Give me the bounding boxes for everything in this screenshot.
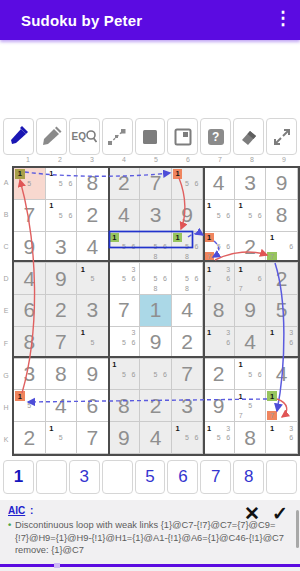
candidate-6: 6 bbox=[129, 369, 139, 379]
cell-G7[interactable]: 2 bbox=[203, 359, 235, 391]
candidates: 568 bbox=[172, 263, 203, 294]
row-labels: ABCDEFGHK bbox=[0, 166, 12, 456]
candidate-5: 5 bbox=[119, 242, 129, 252]
candidate-6: 6 bbox=[160, 369, 170, 379]
candidates: 1356 bbox=[203, 422, 234, 453]
col-label-6: 6 bbox=[172, 156, 204, 166]
cell-A4[interactable]: 2 bbox=[109, 168, 141, 200]
cell-value: 2 bbox=[172, 327, 203, 358]
cell-value: 3 bbox=[46, 232, 77, 263]
cell-value: 2 bbox=[109, 168, 140, 199]
magnifier-icon bbox=[86, 130, 97, 144]
candidate-1: 1 bbox=[110, 360, 120, 370]
cell-C9[interactable]: 167 bbox=[266, 232, 298, 264]
cell-value: 8 bbox=[77, 168, 108, 199]
cell-C3[interactable]: 4 bbox=[77, 232, 109, 264]
candidate-7: 7 bbox=[236, 284, 246, 294]
cell-K9[interactable]: 136 bbox=[266, 422, 298, 454]
candidate-5: 5 bbox=[151, 369, 161, 379]
candidate-5: 5 bbox=[25, 401, 35, 411]
candidates: 156 bbox=[235, 359, 266, 390]
digit-button-3[interactable]: 3 bbox=[69, 460, 100, 494]
candidate-1: 1 bbox=[47, 169, 57, 179]
cell-D4[interactable]: 356 bbox=[109, 263, 141, 295]
candidate-6: 6 bbox=[129, 274, 139, 284]
cell-K2[interactable]: 15 bbox=[46, 422, 78, 454]
candidate-6: 6 bbox=[223, 210, 233, 220]
cell-K1[interactable]: 2 bbox=[14, 422, 46, 454]
candidate-5: 5 bbox=[119, 337, 129, 347]
digit-button-empty-9[interactable] bbox=[266, 460, 297, 494]
cell-B8[interactable]: 156 bbox=[235, 200, 267, 232]
cell-E8[interactable]: 9 bbox=[235, 295, 267, 327]
candidate-6: 6 bbox=[255, 210, 265, 220]
cell-H5[interactable]: 2 bbox=[140, 390, 172, 422]
cell-B7[interactable]: 156 bbox=[203, 200, 235, 232]
candidate-1: 1 bbox=[78, 328, 88, 338]
cell-A5[interactable]: 7 bbox=[140, 168, 172, 200]
cell-H8[interactable]: 157 bbox=[235, 390, 267, 422]
cell-value: 4 bbox=[140, 422, 171, 453]
candidate-1: 1 bbox=[236, 360, 246, 370]
app-bar: Sudoku by Peter ⋮ bbox=[0, 0, 300, 40]
candidates: 167 bbox=[235, 263, 266, 294]
app-window: Sudoku by Peter ⋮ EQ ? 12 bbox=[0, 0, 300, 571]
candidate-5: 5 bbox=[182, 242, 192, 252]
cell-E7[interactable]: 8 bbox=[203, 295, 235, 327]
cell-D6[interactable]: 568 bbox=[172, 263, 204, 295]
col-label-8: 8 bbox=[236, 156, 268, 166]
cell-value: 4 bbox=[266, 359, 297, 390]
candidate-6: 6 bbox=[286, 242, 296, 252]
cell-value: 8 bbox=[266, 200, 297, 231]
cell-B9[interactable]: 8 bbox=[266, 200, 298, 232]
cell-G1[interactable]: 3 bbox=[14, 359, 46, 391]
cell-value: 9 bbox=[235, 295, 266, 326]
cell-K5[interactable]: 4 bbox=[140, 422, 172, 454]
cell-B1[interactable]: 7 bbox=[14, 200, 46, 232]
candidate-5: 5 bbox=[56, 433, 66, 443]
candidate-7: 7 bbox=[267, 411, 277, 421]
cell-H3[interactable]: 6 bbox=[77, 390, 109, 422]
cell-G3[interactable]: 9 bbox=[77, 359, 109, 391]
candidate-3: 3 bbox=[129, 264, 139, 274]
cell-A7[interactable]: 4 bbox=[203, 168, 235, 200]
cell-value: 4 bbox=[172, 295, 203, 326]
fullscreen-tool-button[interactable] bbox=[266, 118, 297, 155]
progress-slider[interactable] bbox=[0, 564, 300, 567]
candidate-5: 5 bbox=[245, 210, 255, 220]
cell-value: 7 bbox=[172, 359, 203, 390]
cell-K4[interactable]: 9 bbox=[109, 422, 141, 454]
cell-F3[interactable]: 15 bbox=[77, 327, 109, 359]
candidates: 156 bbox=[46, 200, 77, 231]
digit-button-7[interactable]: 7 bbox=[200, 460, 231, 494]
candidate-3: 3 bbox=[223, 328, 233, 338]
analyze-eq-icon: EQ bbox=[72, 131, 86, 142]
cell-value: 3 bbox=[140, 200, 171, 231]
cell-D3[interactable]: 15 bbox=[77, 263, 109, 295]
cell-A3[interactable]: 8 bbox=[77, 168, 109, 200]
cell-value: 3 bbox=[235, 168, 266, 199]
cell-value: 1 bbox=[140, 295, 171, 326]
cell-H2[interactable]: 4 bbox=[46, 390, 78, 422]
sudoku-board: 1515682715643971562439156156893415656815… bbox=[12, 166, 300, 456]
cell-value: 9 bbox=[77, 359, 108, 390]
cell-A8[interactable]: 3 bbox=[235, 168, 267, 200]
cell-value: 8 bbox=[14, 327, 45, 358]
cell-K7[interactable]: 1356 bbox=[203, 422, 235, 454]
cell-D8[interactable]: 167 bbox=[235, 263, 267, 295]
cell-value: 8 bbox=[235, 422, 266, 453]
cell-F1[interactable]: 8 bbox=[14, 327, 46, 359]
candidate-6: 6 bbox=[286, 433, 296, 443]
candidate-1: 1 bbox=[173, 169, 183, 179]
col-label-7: 7 bbox=[204, 156, 236, 166]
candidate-5: 5 bbox=[214, 210, 224, 220]
candidate-6: 6 bbox=[66, 179, 76, 189]
cell-H6[interactable]: 3 bbox=[172, 390, 204, 422]
cell-value: 6 bbox=[77, 390, 108, 421]
cell-G4[interactable]: 156 bbox=[109, 359, 141, 391]
candidate-3: 3 bbox=[286, 423, 296, 433]
cell-H1[interactable]: 15 bbox=[14, 390, 46, 422]
candidate-1: 1 bbox=[204, 201, 214, 211]
col-label-2: 2 bbox=[44, 156, 76, 166]
candidate-1: 1 bbox=[267, 233, 277, 243]
candidates: 15 bbox=[46, 422, 77, 453]
eraser-tool-button[interactable] bbox=[233, 118, 264, 155]
cell-value: 4 bbox=[109, 200, 140, 231]
cell-F6[interactable]: 2 bbox=[172, 327, 204, 359]
cell-value: 8 bbox=[46, 359, 77, 390]
cell-F4[interactable]: 356 bbox=[109, 327, 141, 359]
square-corner-icon bbox=[172, 126, 194, 148]
candidate-5: 5 bbox=[214, 433, 224, 443]
candidate-1: 1 bbox=[236, 201, 246, 211]
candidate-6: 6 bbox=[192, 242, 202, 252]
cell-value: 9 bbox=[203, 390, 234, 421]
cell-value: 4 bbox=[203, 168, 234, 199]
candidate-6: 6 bbox=[223, 242, 233, 252]
cell-D2[interactable]: 9 bbox=[46, 263, 78, 295]
cell-E1[interactable]: 6 bbox=[14, 295, 46, 327]
cell-G2[interactable]: 8 bbox=[46, 359, 78, 391]
candidate-6: 6 bbox=[160, 274, 170, 284]
cell-value: 4 bbox=[235, 327, 266, 358]
candidate-1: 1 bbox=[15, 391, 25, 401]
candidates: 15 bbox=[77, 263, 108, 294]
candidate-1: 1 bbox=[15, 169, 25, 179]
chain-tool-button[interactable] bbox=[102, 118, 133, 155]
cell-G8[interactable]: 156 bbox=[235, 359, 267, 391]
candidate-5: 5 bbox=[119, 274, 129, 284]
candidate-8: 8 bbox=[151, 284, 161, 294]
candidate-5: 5 bbox=[119, 369, 129, 379]
candidates: 15 bbox=[14, 168, 45, 199]
candidates: 156 bbox=[172, 168, 203, 199]
candidate-6: 6 bbox=[66, 210, 76, 220]
cell-E6[interactable]: 4 bbox=[172, 295, 204, 327]
analysis-panel: AIC : ✕ ✓ • Discontinuous loop with weak… bbox=[0, 500, 300, 571]
digit-button-empty-4[interactable] bbox=[102, 460, 133, 494]
candidates: 1567 bbox=[203, 232, 234, 263]
color-fill-tool-button[interactable] bbox=[135, 118, 166, 155]
cell-E9[interactable]: 5 bbox=[266, 295, 298, 327]
cell-K3[interactable]: 7 bbox=[77, 422, 109, 454]
pen-tool-button[interactable] bbox=[3, 118, 34, 155]
technique-colon: : bbox=[30, 505, 33, 516]
cell-C8[interactable]: 2 bbox=[235, 232, 267, 264]
candidates: 136 bbox=[266, 422, 297, 453]
cell-F5[interactable]: 9 bbox=[140, 327, 172, 359]
candidate-5: 5 bbox=[25, 179, 35, 189]
box-divider-vertical-1 bbox=[108, 166, 110, 456]
technique-link[interactable]: AIC bbox=[8, 505, 25, 516]
candidates: 17 bbox=[266, 390, 297, 421]
cell-value: 7 bbox=[77, 422, 108, 453]
cell-A1[interactable]: 15 bbox=[14, 168, 46, 200]
candidates: 568 bbox=[140, 263, 171, 294]
candidate-7: 7 bbox=[204, 284, 214, 294]
box-divider-horizontal-2 bbox=[12, 356, 300, 358]
col-label-5: 5 bbox=[140, 156, 172, 166]
analyze-tool-button[interactable]: EQ bbox=[69, 118, 100, 155]
cell-corner-tool-button[interactable] bbox=[167, 118, 198, 155]
candidate-6: 6 bbox=[255, 369, 265, 379]
row-label-E: E bbox=[0, 295, 12, 327]
expand-arrows-icon bbox=[271, 126, 293, 148]
digit-button-5[interactable]: 5 bbox=[135, 460, 166, 494]
cell-H4[interactable]: 8 bbox=[109, 390, 141, 422]
candidate-6: 6 bbox=[192, 274, 202, 284]
candidate-6: 6 bbox=[223, 337, 233, 347]
cell-D1[interactable]: 4 bbox=[14, 263, 46, 295]
candidate-1: 1 bbox=[236, 391, 246, 401]
cell-value: 2 bbox=[14, 422, 45, 453]
candidates: 156 bbox=[172, 422, 203, 453]
question-icon: ? bbox=[208, 129, 224, 145]
pen-icon bbox=[7, 126, 29, 148]
candidate-5: 5 bbox=[151, 242, 161, 252]
overflow-menu-icon[interactable]: ⋮ bbox=[274, 7, 292, 29]
chain-icon bbox=[106, 126, 128, 148]
candidate-1: 1 bbox=[267, 423, 277, 433]
cell-F9[interactable]: 136 bbox=[266, 327, 298, 359]
cell-value: 7 bbox=[140, 168, 171, 199]
number-pad: 135678 bbox=[3, 460, 297, 494]
candidates: 15 bbox=[77, 327, 108, 358]
filled-square-icon bbox=[139, 126, 161, 148]
row-label-A: A bbox=[0, 166, 12, 198]
candidate-5: 5 bbox=[245, 401, 255, 411]
candidate-1: 1 bbox=[78, 264, 88, 274]
col-label-1: 1 bbox=[12, 156, 44, 166]
cell-C6[interactable]: 1568 bbox=[172, 232, 204, 264]
cell-value: 7 bbox=[14, 200, 45, 231]
candidate-1: 1 bbox=[110, 233, 120, 243]
cell-K8[interactable]: 8 bbox=[235, 422, 267, 454]
candidate-5: 5 bbox=[182, 274, 192, 284]
cell-G6[interactable]: 7 bbox=[172, 359, 204, 391]
candidates: 568 bbox=[140, 232, 171, 263]
cell-value: 9 bbox=[14, 232, 45, 263]
cell-C1[interactable]: 9 bbox=[14, 232, 46, 264]
candidate-3: 3 bbox=[223, 264, 233, 274]
cell-value: 9 bbox=[266, 168, 297, 199]
candidates: 157 bbox=[235, 390, 266, 421]
row-label-F: F bbox=[0, 327, 12, 359]
candidate-1: 1 bbox=[47, 201, 57, 211]
candidate-1: 1 bbox=[173, 233, 183, 243]
cell-value: 2 bbox=[203, 359, 234, 390]
candidate-5: 5 bbox=[56, 179, 66, 189]
candidates: 167 bbox=[266, 232, 297, 263]
cell-E3[interactable]: 3 bbox=[77, 295, 109, 327]
cell-G9[interactable]: 4 bbox=[266, 359, 298, 391]
cell-D7[interactable]: 1367 bbox=[203, 263, 235, 295]
candidate-3: 3 bbox=[223, 423, 233, 433]
candidate-6: 6 bbox=[255, 274, 265, 284]
candidates: 156 bbox=[203, 200, 234, 231]
cell-F8[interactable]: 4 bbox=[235, 327, 267, 359]
cell-A6[interactable]: 156 bbox=[172, 168, 204, 200]
candidate-8: 8 bbox=[182, 284, 192, 294]
candidates: 136 bbox=[203, 327, 234, 358]
candidate-1: 1 bbox=[267, 391, 277, 401]
cell-value: 3 bbox=[77, 295, 108, 326]
cell-value: 4 bbox=[46, 390, 77, 421]
cell-F2[interactable]: 7 bbox=[46, 327, 78, 359]
cell-K6[interactable]: 156 bbox=[172, 422, 204, 454]
cell-H7[interactable]: 9 bbox=[203, 390, 235, 422]
cell-value: 2 bbox=[46, 295, 77, 326]
cell-A2[interactable]: 156 bbox=[46, 168, 78, 200]
cell-value: 3 bbox=[172, 390, 203, 421]
row-label-H: H bbox=[0, 392, 12, 424]
hint-description: • Discontinuous loop with weak links {1}… bbox=[8, 519, 293, 557]
hint-tool-button[interactable]: ? bbox=[200, 118, 231, 155]
cell-value: 3 bbox=[14, 359, 45, 390]
cell-C4[interactable]: 156 bbox=[109, 232, 141, 264]
cell-value: 2 bbox=[235, 232, 266, 263]
cell-value: 5 bbox=[266, 295, 297, 326]
col-label-9: 9 bbox=[268, 156, 300, 166]
cell-E5[interactable]: 1 bbox=[140, 295, 172, 327]
row-label-B: B bbox=[0, 198, 12, 230]
cell-value: 9 bbox=[172, 200, 203, 231]
candidate-3: 3 bbox=[286, 328, 296, 338]
candidate-6: 6 bbox=[286, 337, 296, 347]
candidates: 15 bbox=[14, 390, 45, 421]
candidate-3: 3 bbox=[129, 328, 139, 338]
digit-button-8[interactable]: 8 bbox=[233, 460, 264, 494]
candidate-5: 5 bbox=[182, 433, 192, 443]
candidate-1: 1 bbox=[236, 264, 246, 274]
col-label-4: 4 bbox=[108, 156, 140, 166]
candidate-5: 5 bbox=[214, 242, 224, 252]
cell-H9[interactable]: 17 bbox=[266, 390, 298, 422]
slider-thumb[interactable] bbox=[54, 563, 60, 568]
cell-value: 9 bbox=[140, 327, 171, 358]
candidate-6: 6 bbox=[223, 433, 233, 443]
box-divider-vertical-2 bbox=[203, 166, 205, 456]
cell-D9[interactable]: 2 bbox=[266, 263, 298, 295]
candidates: 156 bbox=[235, 200, 266, 231]
candidate-5: 5 bbox=[245, 369, 255, 379]
cell-B3[interactable]: 2 bbox=[77, 200, 109, 232]
app-title: Sudoku by Peter bbox=[21, 12, 142, 29]
candidates: 1568 bbox=[172, 232, 203, 263]
cell-E2[interactable]: 2 bbox=[46, 295, 78, 327]
row-label-K: K bbox=[0, 424, 12, 456]
cell-B5[interactable]: 3 bbox=[140, 200, 172, 232]
cell-D5[interactable]: 568 bbox=[140, 263, 172, 295]
candidate-5: 5 bbox=[88, 337, 98, 347]
pencil-icon bbox=[40, 126, 62, 148]
cell-value: 8 bbox=[203, 295, 234, 326]
candidate-5: 5 bbox=[151, 274, 161, 284]
cell-G5[interactable]: 56 bbox=[140, 359, 172, 391]
candidates: 356 bbox=[109, 327, 140, 358]
cell-B2[interactable]: 156 bbox=[46, 200, 78, 232]
cell-C7[interactable]: 1567 bbox=[203, 232, 235, 264]
candidate-1: 1 bbox=[204, 328, 214, 338]
cell-value: 8 bbox=[109, 390, 140, 421]
candidate-6: 6 bbox=[223, 274, 233, 284]
cell-A9[interactable]: 9 bbox=[266, 168, 298, 200]
candidate-6: 6 bbox=[192, 433, 202, 443]
digit-button-6[interactable]: 6 bbox=[167, 460, 198, 494]
cell-C5[interactable]: 568 bbox=[140, 232, 172, 264]
cell-value: 2 bbox=[77, 200, 108, 231]
candidate-1: 1 bbox=[204, 233, 214, 243]
candidate-1: 1 bbox=[267, 328, 277, 338]
digit-button-empty-2[interactable] bbox=[36, 460, 67, 494]
candidate-7: 7 bbox=[236, 411, 246, 421]
bullet-icon: • bbox=[8, 519, 11, 532]
cell-C2[interactable]: 3 bbox=[46, 232, 78, 264]
cell-value: 4 bbox=[14, 263, 45, 294]
candidate-6: 6 bbox=[129, 242, 139, 252]
eraser-icon bbox=[238, 126, 260, 148]
candidate-6: 6 bbox=[129, 337, 139, 347]
candidates: 156 bbox=[109, 359, 140, 390]
box-divider-horizontal-1 bbox=[12, 260, 300, 262]
cell-value: 7 bbox=[46, 327, 77, 358]
cell-value: 9 bbox=[109, 422, 140, 453]
cell-value: 6 bbox=[14, 295, 45, 326]
candidate-6: 6 bbox=[160, 242, 170, 252]
candidates: 356 bbox=[109, 263, 140, 294]
column-labels: 123456789 bbox=[12, 156, 300, 166]
panel-scrollbar[interactable] bbox=[296, 510, 299, 548]
candidates: 1367 bbox=[203, 263, 234, 294]
candidate-1: 1 bbox=[204, 423, 214, 433]
candidates: 136 bbox=[266, 327, 297, 358]
candidate-1: 1 bbox=[204, 264, 214, 274]
digit-button-1[interactable]: 1 bbox=[3, 460, 34, 494]
row-label-D: D bbox=[0, 263, 12, 295]
cell-B6[interactable]: 9 bbox=[172, 200, 204, 232]
cell-F7[interactable]: 136 bbox=[203, 327, 235, 359]
pencil-tool-button[interactable] bbox=[36, 118, 67, 155]
candidates: 56 bbox=[140, 359, 171, 390]
cell-E4[interactable]: 7 bbox=[109, 295, 141, 327]
col-label-3: 3 bbox=[76, 156, 108, 166]
cell-B4[interactable]: 4 bbox=[109, 200, 141, 232]
cell-value: 9 bbox=[46, 263, 77, 294]
